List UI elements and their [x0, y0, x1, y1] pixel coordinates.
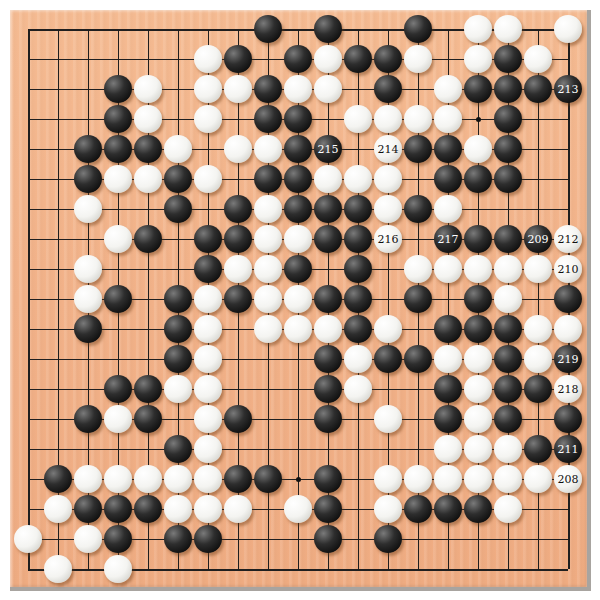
- stone-white: [194, 45, 222, 73]
- stone-white: [314, 165, 342, 193]
- stone-black: [314, 15, 342, 43]
- stone-white: [464, 375, 492, 403]
- stone-black: [44, 465, 72, 493]
- stone-white: [524, 345, 552, 373]
- stone-white: [284, 495, 312, 523]
- stone-black-213: 213: [554, 75, 582, 103]
- stone-white: [464, 405, 492, 433]
- stone-white: [104, 555, 132, 583]
- stone-white: [344, 345, 372, 373]
- stone-white: [194, 165, 222, 193]
- stone-black: [404, 495, 432, 523]
- stone-white: [344, 105, 372, 133]
- stone-black: [104, 105, 132, 133]
- stone-black: [224, 285, 252, 313]
- move-number-label: 218: [558, 384, 579, 395]
- stone-white: [434, 75, 462, 103]
- stone-white: [194, 465, 222, 493]
- stone-white: [494, 15, 522, 43]
- stone-white: [314, 45, 342, 73]
- stone-black: [344, 285, 372, 313]
- stone-black: [104, 285, 132, 313]
- stone-white: [14, 525, 42, 553]
- stone-black: [404, 345, 432, 373]
- stone-white: [374, 465, 402, 493]
- stone-white: [44, 555, 72, 583]
- stone-black: [494, 315, 522, 343]
- stone-white: [164, 135, 192, 163]
- stone-white: [464, 345, 492, 373]
- stone-white: [74, 465, 102, 493]
- stone-white: [104, 225, 132, 253]
- stone-black: [404, 135, 432, 163]
- stone-white: [104, 465, 132, 493]
- stone-white: [254, 225, 282, 253]
- stone-black: [74, 135, 102, 163]
- stone-white: [134, 105, 162, 133]
- stone-black: [464, 285, 492, 313]
- stone-white: [464, 255, 492, 283]
- stone-white: [194, 315, 222, 343]
- stone-black: [464, 165, 492, 193]
- stone-black: [524, 435, 552, 463]
- stone-black-217: 217: [434, 225, 462, 253]
- stone-white: [44, 495, 72, 523]
- stone-white: [404, 465, 432, 493]
- stone-black: [494, 375, 522, 403]
- stone-white: [194, 435, 222, 463]
- stone-black: [344, 255, 372, 283]
- stone-black: [314, 465, 342, 493]
- stone-white: [284, 285, 312, 313]
- stone-white: [434, 195, 462, 223]
- stone-black: [494, 45, 522, 73]
- stone-black: [224, 225, 252, 253]
- move-number-label: 212: [558, 234, 579, 245]
- stone-black: [224, 195, 252, 223]
- stone-white: [404, 105, 432, 133]
- stone-black: [194, 225, 222, 253]
- stone-white: [194, 105, 222, 133]
- move-number-label: 213: [558, 84, 579, 95]
- stone-black: [464, 315, 492, 343]
- stone-white: [224, 495, 252, 523]
- stone-black: [494, 225, 522, 253]
- stone-black: [284, 165, 312, 193]
- stone-black: [104, 75, 132, 103]
- stone-white: [134, 75, 162, 103]
- stone-white-208: 208: [554, 465, 582, 493]
- stone-white: [254, 135, 282, 163]
- stone-black: [494, 135, 522, 163]
- stone-white: [434, 255, 462, 283]
- stone-white-212: 212: [554, 225, 582, 253]
- stone-black: [524, 375, 552, 403]
- stone-white-214: 214: [374, 135, 402, 163]
- stone-black: [194, 255, 222, 283]
- stone-white: [104, 405, 132, 433]
- stone-white: [434, 435, 462, 463]
- stone-white: [434, 465, 462, 493]
- stone-black: [494, 345, 522, 373]
- stone-black-219: 219: [554, 345, 582, 373]
- stone-black: [104, 495, 132, 523]
- stone-black: [254, 465, 282, 493]
- stone-white-210: 210: [554, 255, 582, 283]
- star-point: [296, 477, 301, 482]
- stone-black: [314, 375, 342, 403]
- stone-black: [314, 495, 342, 523]
- stone-black: [164, 165, 192, 193]
- stone-white: [74, 525, 102, 553]
- stone-white: [464, 45, 492, 73]
- stone-black: [74, 405, 102, 433]
- stone-white: [464, 435, 492, 463]
- stone-black: [344, 315, 372, 343]
- stone-white: [374, 165, 402, 193]
- stone-white: [404, 45, 432, 73]
- stone-black: [434, 375, 462, 403]
- stone-black: [314, 225, 342, 253]
- stone-white: [314, 315, 342, 343]
- stone-black: [524, 75, 552, 103]
- stone-white: [374, 315, 402, 343]
- stone-black: [284, 135, 312, 163]
- stone-white: [194, 285, 222, 313]
- stone-white: [224, 75, 252, 103]
- stone-black: [434, 135, 462, 163]
- stone-white: [374, 105, 402, 133]
- stone-black: [434, 165, 462, 193]
- stone-white-218: 218: [554, 375, 582, 403]
- stone-black: [494, 165, 522, 193]
- stone-black: [164, 315, 192, 343]
- move-number-label: 210: [558, 264, 579, 275]
- stone-black: [284, 105, 312, 133]
- stone-black: [284, 45, 312, 73]
- stone-black: [494, 405, 522, 433]
- stone-white: [134, 165, 162, 193]
- stone-white: [464, 135, 492, 163]
- move-number-label: 217: [438, 234, 459, 245]
- stone-black: [134, 495, 162, 523]
- stone-white: [284, 75, 312, 103]
- stone-black: [164, 435, 192, 463]
- stone-black: [254, 165, 282, 193]
- move-number-label: 211: [558, 444, 579, 455]
- stone-white: [344, 375, 372, 403]
- stone-black: [134, 375, 162, 403]
- stone-black: [284, 195, 312, 223]
- stone-white: [554, 315, 582, 343]
- stone-white: [254, 285, 282, 313]
- stone-white-216: 216: [374, 225, 402, 253]
- stone-black: [164, 345, 192, 373]
- stone-white: [284, 315, 312, 343]
- stone-white: [344, 165, 372, 193]
- stone-white: [74, 285, 102, 313]
- stone-white: [524, 465, 552, 493]
- stone-black: [554, 405, 582, 433]
- stone-black: [314, 345, 342, 373]
- stone-black: [74, 315, 102, 343]
- stone-black: [344, 195, 372, 223]
- stone-white: [134, 465, 162, 493]
- stone-white: [254, 255, 282, 283]
- stone-white: [494, 465, 522, 493]
- stone-black-215: 215: [314, 135, 342, 163]
- stone-white: [434, 345, 462, 373]
- stone-white: [194, 75, 222, 103]
- stone-white: [404, 255, 432, 283]
- stone-white: [494, 435, 522, 463]
- stone-black: [344, 225, 372, 253]
- stone-white: [104, 165, 132, 193]
- stone-black: [164, 525, 192, 553]
- stone-white: [524, 315, 552, 343]
- stone-white: [74, 255, 102, 283]
- stone-white: [254, 315, 282, 343]
- stone-black: [284, 255, 312, 283]
- stone-black: [224, 45, 252, 73]
- stone-white: [194, 495, 222, 523]
- stone-white: [464, 15, 492, 43]
- stone-white: [164, 495, 192, 523]
- stone-black: [314, 525, 342, 553]
- stone-white: [164, 465, 192, 493]
- stone-black: [554, 285, 582, 313]
- stone-black: [254, 75, 282, 103]
- stone-black: [104, 135, 132, 163]
- stone-black: [464, 495, 492, 523]
- stone-black: [224, 465, 252, 493]
- stone-black: [374, 75, 402, 103]
- go-board[interactable]: 213215214216217209212210219218211208: [10, 10, 591, 591]
- move-number-label: 214: [378, 144, 399, 155]
- stone-white: [524, 255, 552, 283]
- stone-white: [494, 285, 522, 313]
- stone-white: [374, 495, 402, 523]
- stone-white: [314, 75, 342, 103]
- stone-white: [164, 375, 192, 403]
- move-number-label: 216: [378, 234, 399, 245]
- stone-black: [74, 165, 102, 193]
- stone-black: [254, 15, 282, 43]
- go-board-wrapper: 213215214216217209212210219218211208: [0, 0, 600, 600]
- stone-black: [404, 195, 432, 223]
- stone-black: [374, 525, 402, 553]
- stone-black: [314, 405, 342, 433]
- stone-white: [374, 195, 402, 223]
- stone-black: [374, 345, 402, 373]
- stone-black: [494, 75, 522, 103]
- stone-black: [314, 285, 342, 313]
- stone-white: [194, 375, 222, 403]
- stone-black: [104, 525, 132, 553]
- stone-black: [494, 105, 522, 133]
- stone-black-211: 211: [554, 435, 582, 463]
- stone-black: [404, 15, 432, 43]
- stone-black: [164, 195, 192, 223]
- move-number-label: 215: [318, 144, 339, 155]
- stone-white: [284, 225, 312, 253]
- stone-white: [524, 45, 552, 73]
- stone-black: [134, 225, 162, 253]
- stone-black: [224, 405, 252, 433]
- stone-white: [254, 195, 282, 223]
- stone-black-209: 209: [524, 225, 552, 253]
- stone-white: [494, 255, 522, 283]
- stone-black: [344, 45, 372, 73]
- move-number-label: 208: [558, 474, 579, 485]
- stone-black: [104, 375, 132, 403]
- stone-black: [134, 135, 162, 163]
- stone-black: [314, 195, 342, 223]
- stone-black: [134, 405, 162, 433]
- stone-white: [194, 345, 222, 373]
- stone-black: [434, 405, 462, 433]
- stone-black: [194, 525, 222, 553]
- move-number-label: 219: [558, 354, 579, 365]
- stone-black: [254, 105, 282, 133]
- stone-black: [434, 495, 462, 523]
- stone-white: [224, 255, 252, 283]
- star-point: [476, 117, 481, 122]
- stone-white: [434, 105, 462, 133]
- stone-black: [404, 285, 432, 313]
- stone-white: [224, 135, 252, 163]
- stone-black: [464, 75, 492, 103]
- stone-black: [74, 495, 102, 523]
- stone-white: [74, 195, 102, 223]
- stone-black: [434, 315, 462, 343]
- stone-black: [374, 45, 402, 73]
- stone-white: [554, 15, 582, 43]
- move-number-label: 209: [528, 234, 549, 245]
- stone-white: [494, 495, 522, 523]
- stone-white: [194, 405, 222, 433]
- stone-black: [464, 225, 492, 253]
- stone-black: [164, 285, 192, 313]
- stone-white: [374, 405, 402, 433]
- stone-white: [464, 465, 492, 493]
